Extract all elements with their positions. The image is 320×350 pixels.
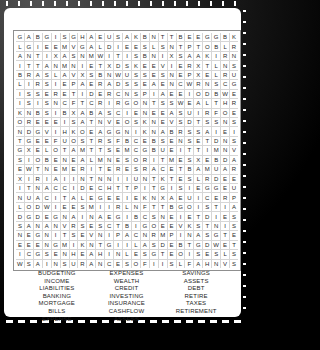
grid-cell: A	[87, 33, 95, 41]
grid-cell: W	[16, 260, 24, 268]
grid-cell: R	[150, 231, 158, 239]
grid-cell: N	[87, 212, 95, 220]
grid-cell: S	[185, 175, 193, 183]
grid-cell: A	[194, 52, 202, 60]
grid-cell: N	[141, 109, 149, 117]
grid-cell: A	[70, 193, 78, 201]
grid-cell: A	[150, 80, 158, 88]
grid-cell: E	[141, 61, 149, 69]
grid-cell: D	[16, 212, 24, 220]
grid-cell: E	[159, 118, 167, 126]
grid-cell: T	[212, 203, 220, 211]
grid-cell: E	[25, 241, 33, 249]
grid-cell: T	[61, 193, 69, 201]
grid-cell: I	[52, 193, 60, 201]
grid-cell: N	[52, 222, 60, 230]
grid-cell: N	[185, 231, 193, 239]
grid-cell: L	[43, 146, 51, 154]
grid-cell: E	[212, 193, 220, 201]
grid-cell: A	[78, 118, 86, 126]
grid-cell: T	[168, 33, 176, 41]
grid-cell: N	[150, 193, 158, 201]
grid-cell: A	[96, 212, 104, 220]
grid-cell: S	[194, 250, 202, 258]
grid-cell: T	[185, 146, 193, 154]
grid-cell: E	[114, 146, 122, 154]
grid-cell: N	[221, 137, 229, 145]
grid-cell: I	[70, 241, 78, 249]
grid-cell: D	[34, 212, 42, 220]
grid-cell: T	[177, 42, 185, 50]
grid-cell: E	[70, 165, 78, 173]
grid-cell: S	[16, 222, 24, 230]
grid-cell: I	[78, 90, 86, 98]
grid-cell: X	[159, 193, 167, 201]
grid-cell: G	[16, 146, 24, 154]
grid-cell: T	[87, 118, 95, 126]
grid-cell: A	[78, 156, 86, 164]
grid-cell: A	[159, 127, 167, 135]
grid-cell: K	[132, 61, 140, 69]
grid-cell: S	[141, 42, 149, 50]
word-list-item: LIABILITIES	[39, 285, 74, 293]
grid-cell: I	[194, 193, 202, 201]
grid-cell: E	[194, 184, 202, 192]
grid-cell: E	[185, 33, 193, 41]
grid-cell: B	[16, 71, 24, 79]
grid-cell: S	[230, 222, 238, 230]
grid-cell: S	[150, 241, 158, 249]
grid-cell: L	[123, 250, 131, 258]
grid-cell: S	[43, 109, 51, 117]
word-list-item: BUDGETING	[38, 270, 75, 278]
grid-cell: N	[141, 175, 149, 183]
grid-cell: X	[25, 146, 33, 154]
grid-cell: V	[70, 71, 78, 79]
word-list-item: BILLS	[48, 308, 65, 316]
grid-cell: K	[132, 33, 140, 41]
grid-cell: C	[132, 137, 140, 145]
grid-cell: A	[105, 80, 113, 88]
grid-cell: V	[177, 222, 185, 230]
grid-cell: G	[114, 212, 122, 220]
grid-cell: N	[34, 184, 42, 192]
grid-cell: E	[105, 212, 113, 220]
grid-cell: N	[168, 80, 176, 88]
grid-cell: C	[141, 212, 149, 220]
grid-cell: E	[221, 212, 229, 220]
grid-cell: I	[177, 231, 185, 239]
grid-cell: S	[185, 137, 193, 145]
word-list-item: RETIRE	[185, 293, 208, 301]
grid-cell: E	[114, 193, 122, 201]
grid-cell: R	[34, 175, 42, 183]
grid-cell: G	[25, 42, 33, 50]
grid-cell: U	[185, 109, 193, 117]
grid-cell: X	[78, 71, 86, 79]
grid-cell: N	[96, 118, 104, 126]
word-bank-column-3: SAVINGSASSETSDEBTRETIRETAXESRETIREMENT	[161, 270, 231, 322]
grid-cell: X	[105, 61, 113, 69]
grid-cell: S	[132, 118, 140, 126]
grid-cell: I	[159, 52, 167, 60]
grid-cell: S	[132, 165, 140, 173]
grid-cell: A	[87, 42, 95, 50]
grid-cell: D	[212, 175, 220, 183]
grid-cell: A	[70, 212, 78, 220]
grid-cell: B	[150, 146, 158, 154]
grid-cell: S	[25, 99, 33, 107]
grid-cell: A	[230, 156, 238, 164]
grid-cell: G	[141, 222, 149, 230]
grid-cell: S	[43, 80, 51, 88]
grid-cell: A	[123, 231, 131, 239]
grid-cell: E	[52, 42, 60, 50]
grid-cell: N	[221, 61, 229, 69]
grid-cell: L	[194, 175, 202, 183]
grid-cell: O	[34, 156, 42, 164]
grid-cell: I	[87, 165, 95, 173]
grid-cell: C	[221, 80, 229, 88]
grid-cell: F	[52, 137, 60, 145]
grid-cell: T	[185, 241, 193, 249]
grid-cell: N	[16, 231, 24, 239]
grid-cell: W	[185, 80, 193, 88]
grid-cell: E	[159, 222, 167, 230]
grid-cell: C	[61, 184, 69, 192]
grid-cell: G	[212, 231, 220, 239]
grid-cell: I	[105, 203, 113, 211]
grid-cell: G	[203, 184, 211, 192]
grid-cell: I	[230, 127, 238, 135]
grid-cell: I	[123, 241, 131, 249]
grid-cell: S	[212, 118, 220, 126]
grid-cell: S	[230, 118, 238, 126]
grid-cell: S	[61, 33, 69, 41]
grid-cell: G	[150, 250, 158, 258]
grid-cell: N	[221, 146, 229, 154]
grid-cell: E	[168, 90, 176, 98]
grid-cell: T	[114, 184, 122, 192]
grid-cell: S	[105, 146, 113, 154]
grid-cell: D	[221, 156, 229, 164]
grid-cell: S	[16, 156, 24, 164]
grid-cell: E	[221, 184, 229, 192]
grid-cell: I	[16, 90, 24, 98]
grid-cell: G	[34, 231, 42, 239]
grid-cell: V	[168, 118, 176, 126]
grid-cell: B	[61, 109, 69, 117]
grid-cell: X	[52, 52, 60, 60]
grid-cell: R	[114, 99, 122, 107]
grid-cell: A	[61, 52, 69, 60]
grid-cell: O	[177, 250, 185, 258]
grid-cell: S	[230, 212, 238, 220]
grid-cell: G	[25, 137, 33, 145]
grid-cell: A	[25, 222, 33, 230]
grid-cell: S	[212, 80, 220, 88]
grid-cell: U	[185, 193, 193, 201]
grid-cell: L	[96, 42, 104, 50]
grid-cell: E	[168, 146, 176, 154]
grid-cell: I	[194, 109, 202, 117]
grid-cell: N	[150, 127, 158, 135]
grid-cell: T	[203, 137, 211, 145]
grid-cell: A	[25, 33, 33, 41]
grid-cell: I	[16, 61, 24, 69]
grid-cell: G	[105, 127, 113, 135]
grid-cell: A	[52, 175, 60, 183]
grid-cell: S	[159, 137, 167, 145]
grid-cell: I	[150, 90, 158, 98]
grid-cell: R	[114, 165, 122, 173]
grid-cell: S	[132, 80, 140, 88]
grid-cell: K	[16, 109, 24, 117]
grid-cell: E	[78, 250, 86, 258]
grid-cell: S	[96, 222, 104, 230]
grid-cell: G	[194, 241, 202, 249]
grid-cell: M	[159, 231, 167, 239]
grid-cell: T	[212, 99, 220, 107]
grid-cell: E	[123, 42, 131, 50]
grid-cell: X	[168, 52, 176, 60]
grid-cell: T	[150, 184, 158, 192]
grid-cell: E	[61, 80, 69, 88]
grid-cell: R	[203, 175, 211, 183]
grid-cell: N	[168, 42, 176, 50]
grid-cell: M	[203, 165, 211, 173]
grid-cell: E	[34, 137, 42, 145]
grid-cell: E	[177, 175, 185, 183]
grid-cell: I	[25, 175, 33, 183]
grid-cell: E	[168, 165, 176, 173]
grid-cell: T	[25, 184, 33, 192]
grid-cell: X	[194, 61, 202, 69]
grid-cell: D	[34, 203, 42, 211]
grid-cell: G	[96, 193, 104, 201]
grid-cell: E	[230, 90, 238, 98]
grid-cell: N	[61, 212, 69, 220]
grid-cell: R	[25, 118, 33, 126]
grid-cell: E	[123, 165, 131, 173]
grid-cell: E	[52, 165, 60, 173]
grid-cell: B	[168, 203, 176, 211]
grid-cell: P	[168, 231, 176, 239]
grid-cell: P	[132, 184, 140, 192]
grid-cell: S	[43, 71, 51, 79]
grid-cell: I	[52, 80, 60, 88]
grid-cell: E	[16, 241, 24, 249]
grid-cell: G	[105, 241, 113, 249]
grid-cell: P	[185, 42, 193, 50]
grid-cell: N	[52, 99, 60, 107]
grid-cell: P	[70, 80, 78, 88]
grid-cell: I	[203, 146, 211, 154]
grid-cell: R	[25, 71, 33, 79]
grid-cell: T	[96, 61, 104, 69]
grid-cell: B	[96, 71, 104, 79]
grid-cell: T	[194, 146, 202, 154]
grid-cell: E	[96, 90, 104, 98]
grid-cell: E	[168, 212, 176, 220]
grid-cell: D	[78, 184, 86, 192]
grid-cell: B	[168, 127, 176, 135]
grid-cell: O	[132, 99, 140, 107]
grid-cell: O	[185, 203, 193, 211]
word-search-grid: GABGISGHAEUSAKBNTTBEEGGBKLGIEEMVGALDIEES…	[16, 33, 238, 268]
grid-cell: N	[43, 231, 51, 239]
grid-cell: D	[159, 241, 167, 249]
word-list-item: ASSESS	[114, 316, 139, 324]
grid-cell: N	[221, 118, 229, 126]
grid-cell: U	[105, 33, 113, 41]
grid-cell: O	[194, 90, 202, 98]
grid-cell: G	[78, 42, 86, 50]
grid-cell: A	[168, 193, 176, 201]
grid-cell: R	[34, 80, 42, 88]
grid-cell: C	[177, 80, 185, 88]
grid-cell: N	[78, 52, 86, 60]
grid-cell: N	[61, 156, 69, 164]
grid-cell: X	[194, 71, 202, 79]
grid-cell: R	[203, 109, 211, 117]
grid-cell: T	[96, 241, 104, 249]
grid-cell: G	[52, 241, 60, 249]
grid-cell: E	[87, 127, 95, 135]
word-list-item: MORTGAGE	[39, 300, 76, 308]
grid-cell: I	[123, 212, 131, 220]
grid-cell: E	[87, 80, 95, 88]
grid-cell: R	[221, 193, 229, 201]
grid-cell: E	[168, 222, 176, 230]
grid-cell: D	[105, 42, 113, 50]
grid-cell: N	[123, 127, 131, 135]
grid-cell: T	[194, 118, 202, 126]
grid-cell: N	[105, 175, 113, 183]
grid-cell: N	[150, 52, 158, 60]
grid-cell: E	[87, 61, 95, 69]
grid-cell: A	[194, 260, 202, 268]
grid-cell: I	[177, 212, 185, 220]
grid-cell: N	[25, 52, 33, 60]
grid-cell: A	[168, 109, 176, 117]
grid-cell: I	[177, 146, 185, 154]
grid-cell: V	[87, 231, 95, 239]
grid-cell: I	[212, 52, 220, 60]
grid-cell: V	[61, 222, 69, 230]
grid-cell: A	[194, 99, 202, 107]
grid-cell: E	[177, 90, 185, 98]
grid-cell: I	[70, 175, 78, 183]
grid-cell: E	[61, 203, 69, 211]
grid-cell: W	[96, 52, 104, 60]
grid-cell: S	[185, 156, 193, 164]
grid-cell: B	[185, 165, 193, 173]
grid-cell: C	[105, 260, 113, 268]
grid-cell: G	[34, 250, 42, 258]
grid-cell: G	[159, 184, 167, 192]
grid-cell: D	[185, 118, 193, 126]
grid-cell: S	[43, 250, 51, 258]
grid-cell: N	[141, 231, 149, 239]
grid-cell: I	[221, 203, 229, 211]
grid-cell: S	[123, 61, 131, 69]
grid-cell: R	[96, 80, 104, 88]
grid-cell: A	[230, 203, 238, 211]
grid-cell: N	[52, 61, 60, 69]
grid-cell: G	[70, 33, 78, 41]
grid-cell: S	[150, 212, 158, 220]
grid-cell: T	[61, 231, 69, 239]
grid-cell: F	[185, 260, 193, 268]
grid-cell: I	[114, 241, 122, 249]
grid-cell: O	[132, 156, 140, 164]
worksheet-page: GABGISGHAEUSAKBNTTBEEGGBKLGIEEMVGALDIEES…	[4, 8, 241, 317]
grid-cell: B	[43, 156, 51, 164]
word-bank: BUDGETINGINCOMELIABILITIESBANKINGMORTGAG…	[8, 270, 245, 322]
grid-cell: E	[52, 250, 60, 258]
grid-cell: E	[34, 146, 42, 154]
grid-cell: C	[43, 193, 51, 201]
grid-cell: C	[132, 146, 140, 154]
grid-cell: G	[123, 99, 131, 107]
grid-cell: R	[141, 156, 149, 164]
grid-cell: V	[159, 61, 167, 69]
grid-cell: A	[16, 52, 24, 60]
grid-cell: M	[61, 42, 69, 50]
grid-cell: C	[96, 184, 104, 192]
grid-cell: C	[114, 109, 122, 117]
grid-cell: R	[221, 52, 229, 60]
grid-cell: G	[230, 80, 238, 88]
grid-cell: D	[25, 127, 33, 135]
grid-cell: A	[96, 109, 104, 117]
word-list-item: WEALTH	[114, 278, 140, 286]
grid-cell: L	[123, 203, 131, 211]
grid-cell: L	[203, 99, 211, 107]
word-list-item: CASHFLOW	[109, 308, 145, 316]
grid-cell: O	[16, 118, 24, 126]
grid-cell: A	[34, 71, 42, 79]
grid-cell: I	[132, 127, 140, 135]
grid-cell: B	[150, 137, 158, 145]
grid-cell: O	[150, 222, 158, 230]
grid-cell: I	[34, 42, 42, 50]
grid-cell: T	[177, 165, 185, 173]
grid-cell: M	[87, 52, 95, 60]
grid-cell: C	[52, 184, 60, 192]
grid-cell: C	[159, 165, 167, 173]
grid-cell: K	[141, 193, 149, 201]
grid-cell: R	[70, 222, 78, 230]
grid-cell: S	[212, 250, 220, 258]
grid-cell: I	[16, 184, 24, 192]
grid-cell: E	[230, 231, 238, 239]
grid-cell: H	[96, 250, 104, 258]
grid-cell: I	[105, 231, 113, 239]
grid-cell: N	[70, 61, 78, 69]
grid-cell: S	[177, 184, 185, 192]
grid-cell: L	[150, 42, 158, 50]
grid-cell: I	[52, 127, 60, 135]
word-bank-column-1: BUDGETINGINCOMELIABILITIESBANKINGMORTGAG…	[22, 270, 92, 322]
grid-cell: L	[212, 61, 220, 69]
grid-cell: X	[16, 175, 24, 183]
grid-cell: I	[43, 260, 51, 268]
grid-cell: E	[132, 193, 140, 201]
grid-cell: I	[168, 184, 176, 192]
grid-cell: I	[16, 99, 24, 107]
